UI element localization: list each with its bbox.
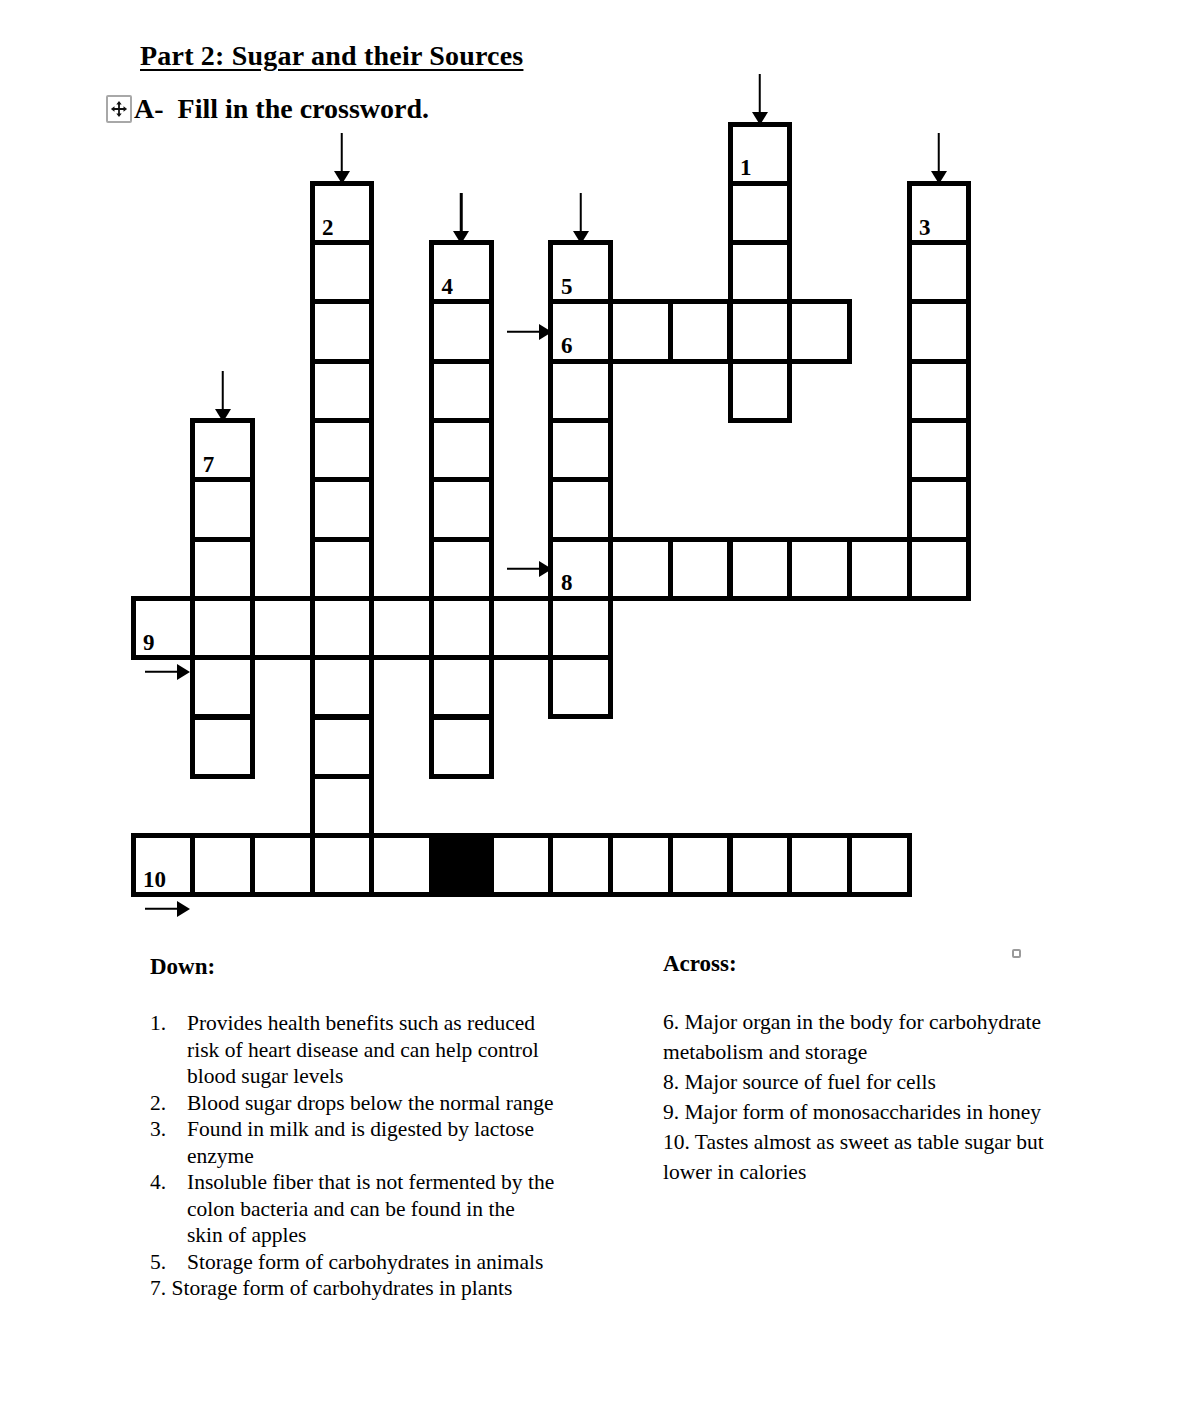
grid-cell[interactable] [907,477,972,541]
clue-text: Storage form of carbohydrates in animals [187,1249,555,1276]
grid-cell[interactable] [548,655,613,719]
grid-cell[interactable] [548,240,613,304]
cell-number-2: 2 [322,217,334,239]
grid-cell[interactable] [369,596,434,660]
cell-number-7: 7 [203,454,215,476]
grid-cell[interactable] [310,299,375,363]
down-clue-2: 2. Blood sugar drops below the normal ra… [150,1090,590,1117]
across-arrow-6 [507,324,551,340]
grid-cell[interactable] [310,655,375,719]
across-arrow-9 [145,664,189,680]
cell-number-6: 6 [561,335,573,357]
grid-cell[interactable] [429,418,494,482]
grid-cell[interactable] [548,359,613,423]
grid-cell[interactable] [429,715,494,779]
cell-number-3: 3 [919,217,931,239]
grid-cell[interactable] [429,359,494,423]
grid-cell[interactable] [310,181,375,245]
worksheet-page: { "page": { "title": "Part 2: Sugar and … [0,0,1193,1413]
clue-text: Found in milk and is digested by lactose… [187,1116,555,1169]
down-arrow-7 [215,371,231,421]
grid-cell[interactable] [190,715,255,779]
grid-cell[interactable] [728,122,793,186]
grid-cell[interactable] [728,299,793,363]
grid-cell[interactable] [548,596,613,660]
across-clue-6: 6. Major organ in the body for carbohydr… [663,1007,1067,1067]
clue-text: Blood sugar drops below the normal range [187,1090,555,1117]
down-arrow-2 [334,133,350,183]
grid-cell[interactable] [369,833,434,897]
grid-cell[interactable] [907,359,972,423]
clue-number: 1. [150,1010,187,1090]
down-clue-3: 3. Found in milk and is digested by lact… [150,1116,590,1169]
grid-cell[interactable] [190,418,255,482]
across-arrow-10 [145,901,189,917]
grid-cell[interactable] [310,240,375,304]
grid-cell[interactable] [548,537,613,601]
grid-cell[interactable] [429,655,494,719]
clue-number: 2. [150,1090,187,1117]
grid-cell[interactable] [668,833,733,897]
grid-cell[interactable] [131,596,196,660]
grid-cell[interactable] [548,418,613,482]
grid-cell[interactable] [489,833,554,897]
across-header: Across: [663,951,1093,977]
crossword-board: 12345678910 [0,0,1193,960]
grid-cell[interactable] [847,537,912,601]
grid-cell[interactable] [310,359,375,423]
down-arrow-5 [573,193,589,243]
grid-cell[interactable] [608,299,673,363]
grid-cell[interactable] [728,359,793,423]
down-clues-block: Down: 1. Provides health benefits such a… [150,954,590,1302]
grid-cell[interactable] [728,833,793,897]
grid-cell[interactable] [429,477,494,541]
grid-cell[interactable] [548,299,613,363]
across-arrow-8 [507,561,551,577]
grid-cell[interactable] [310,833,375,897]
grid-cell[interactable] [190,655,255,719]
down-arrow-1 [752,74,768,124]
across-clues-block: Across: 6. Major organ in the body for c… [663,951,1093,1187]
grid-cell[interactable] [190,537,255,601]
across-clue-9: 9. Major form of monosaccharides in hone… [663,1097,1067,1127]
grid-cell[interactable] [728,537,793,601]
across-clue-10: 10. Tastes almost as sweet as table suga… [663,1127,1067,1187]
grid-cell[interactable] [250,833,315,897]
grid-cell[interactable] [907,537,972,601]
across-clue-8: 8. Major source of fuel for cells [663,1067,1067,1097]
grid-cell[interactable] [907,418,972,482]
grid-cell[interactable] [668,537,733,601]
grid-cell[interactable] [310,418,375,482]
cell-number-9: 9 [143,632,155,654]
grid-cell[interactable] [310,774,375,838]
grid-cell[interactable] [190,477,255,541]
grid-cell[interactable] [429,537,494,601]
grid-cell[interactable] [190,596,255,660]
clue-text: Provides health benefits such as reduced… [187,1010,555,1090]
grid-cell[interactable] [429,299,494,363]
grid-cell[interactable] [190,833,255,897]
across-clue-list: 6. Major organ in the body for carbohydr… [663,1007,1093,1187]
grid-cell[interactable] [310,596,375,660]
grid-cell[interactable] [668,299,733,363]
clue-text: Insoluble fiber that is not fermented by… [187,1169,555,1249]
grid-cell[interactable] [548,833,613,897]
down-arrow-3 [931,133,947,183]
down-header: Down: [150,954,590,980]
cell-number-5: 5 [561,276,573,298]
grid-cell[interactable] [608,537,673,601]
grid-cell[interactable] [250,596,315,660]
grid-cell[interactable] [489,596,554,660]
grid-cell[interactable] [728,240,793,304]
down-clue-1: 1. Provides health benefits such as redu… [150,1010,590,1090]
grid-cell[interactable] [907,240,972,304]
clue-number: 4. [150,1169,187,1249]
grid-cell[interactable] [787,537,852,601]
clue-number: 3. [150,1116,187,1169]
grid-cell[interactable] [429,596,494,660]
down-clue-4: 4. Insoluble fiber that is not fermented… [150,1169,590,1249]
black-cell [429,833,494,897]
grid-cell[interactable] [310,537,375,601]
grid-cell[interactable] [728,181,793,245]
grid-cell[interactable] [907,299,972,363]
grid-cell[interactable] [310,477,375,541]
grid-cell[interactable] [429,240,494,304]
grid-cell[interactable] [787,299,852,363]
down-arrow-4 [453,193,469,243]
cell-number-4: 4 [442,276,454,298]
grid-cell[interactable] [608,833,673,897]
down-clue-7: 7. Storage form of carbohydrates in plan… [150,1275,580,1302]
grid-cell[interactable] [787,833,852,897]
grid-cell[interactable] [907,181,972,245]
grid-cell[interactable] [310,715,375,779]
grid-cell[interactable] [548,477,613,541]
grid-cell[interactable] [847,833,912,897]
clue-number: 5. [150,1249,187,1276]
resize-handle-icon [1012,949,1021,958]
cell-number-1: 1 [740,157,752,179]
cell-number-8: 8 [561,572,573,594]
down-clue-5: 5. Storage form of carbohydrates in anim… [150,1249,590,1276]
down-clue-list: 1. Provides health benefits such as redu… [150,1010,590,1302]
cell-number-10: 10 [143,869,166,891]
